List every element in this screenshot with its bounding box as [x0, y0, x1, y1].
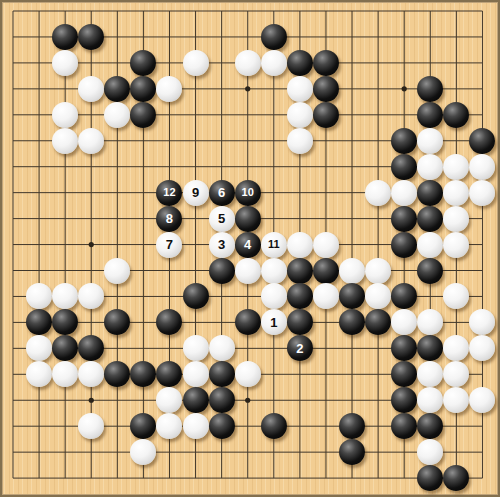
hoshi-point	[402, 86, 407, 91]
stone-black	[417, 258, 443, 284]
stone-black	[261, 413, 287, 439]
stone-white	[235, 258, 261, 284]
stone-black	[443, 102, 469, 128]
stone-white	[261, 50, 287, 76]
stone-black	[391, 128, 417, 154]
stone-white	[443, 154, 469, 180]
stone-white: 3	[209, 232, 235, 258]
stone-white: 1	[261, 309, 287, 335]
stone-black	[417, 180, 443, 206]
stone-black	[287, 258, 313, 284]
go-board[interactable]: 129610857341112	[0, 0, 500, 497]
stone-black	[235, 206, 261, 232]
move-number-label: 5	[218, 212, 225, 225]
stone-black	[209, 387, 235, 413]
stone-white	[443, 206, 469, 232]
move-number-label: 10	[242, 187, 254, 198]
stone-black	[183, 387, 209, 413]
stone-black	[339, 439, 365, 465]
stone-white: 5	[209, 206, 235, 232]
stone-white	[391, 180, 417, 206]
go-app-window: 129610857341112	[0, 0, 500, 497]
stone-black	[391, 206, 417, 232]
stone-black: 12	[156, 180, 182, 206]
stone-black	[417, 206, 443, 232]
stone-black	[104, 76, 130, 102]
stone-white: 11	[261, 232, 287, 258]
stone-white	[183, 361, 209, 387]
stone-black	[391, 232, 417, 258]
stone-white	[287, 76, 313, 102]
stone-black	[313, 50, 339, 76]
hoshi-point	[245, 86, 250, 91]
hoshi-point	[245, 398, 250, 403]
stone-white	[78, 76, 104, 102]
stone-black	[391, 154, 417, 180]
stone-white	[52, 102, 78, 128]
move-number-label: 1	[270, 316, 277, 329]
hoshi-point	[89, 398, 94, 403]
stone-black	[313, 258, 339, 284]
stone-white	[417, 232, 443, 258]
stone-white	[417, 128, 443, 154]
stone-white	[469, 154, 495, 180]
stone-black	[313, 102, 339, 128]
stone-black	[209, 258, 235, 284]
stone-white	[287, 102, 313, 128]
stone-black	[209, 361, 235, 387]
move-number-label: 4	[244, 238, 251, 251]
stone-white	[235, 50, 261, 76]
stone-white	[104, 258, 130, 284]
move-number-label: 3	[218, 238, 225, 251]
stone-black	[52, 24, 78, 50]
hoshi-point	[89, 242, 94, 247]
move-number-label: 12	[163, 187, 175, 198]
move-number-label: 11	[268, 239, 280, 250]
stone-black	[313, 76, 339, 102]
stone-white	[417, 154, 443, 180]
stone-white	[235, 361, 261, 387]
move-number-label: 9	[192, 186, 199, 199]
stone-white: 7	[156, 232, 182, 258]
move-number-label: 6	[218, 186, 225, 199]
stone-white	[52, 128, 78, 154]
stone-white	[365, 258, 391, 284]
stone-white	[183, 50, 209, 76]
stone-white: 9	[183, 180, 209, 206]
stone-white	[209, 335, 235, 361]
stone-white	[52, 50, 78, 76]
stone-black: 10	[235, 180, 261, 206]
stone-white	[339, 258, 365, 284]
stone-white	[183, 335, 209, 361]
stone-white	[104, 102, 130, 128]
move-number-label: 2	[296, 342, 303, 355]
stone-black	[209, 413, 235, 439]
stone-black	[417, 102, 443, 128]
stone-white	[78, 128, 104, 154]
stone-black	[261, 24, 287, 50]
stone-black	[287, 50, 313, 76]
stone-white	[313, 232, 339, 258]
stone-black: 4	[235, 232, 261, 258]
stone-black: 6	[209, 180, 235, 206]
stone-white	[287, 232, 313, 258]
stone-black	[183, 283, 209, 309]
stone-black	[78, 24, 104, 50]
stone-black: 8	[156, 206, 182, 232]
move-number-label: 7	[166, 238, 173, 251]
stone-white	[183, 413, 209, 439]
stone-white	[443, 232, 469, 258]
stone-black	[130, 102, 156, 128]
stone-white	[469, 180, 495, 206]
stone-white	[365, 180, 391, 206]
stone-white	[443, 180, 469, 206]
stone-black	[235, 309, 261, 335]
move-number-label: 8	[166, 212, 173, 225]
stone-white	[287, 128, 313, 154]
stone-black	[417, 76, 443, 102]
stone-white	[261, 258, 287, 284]
